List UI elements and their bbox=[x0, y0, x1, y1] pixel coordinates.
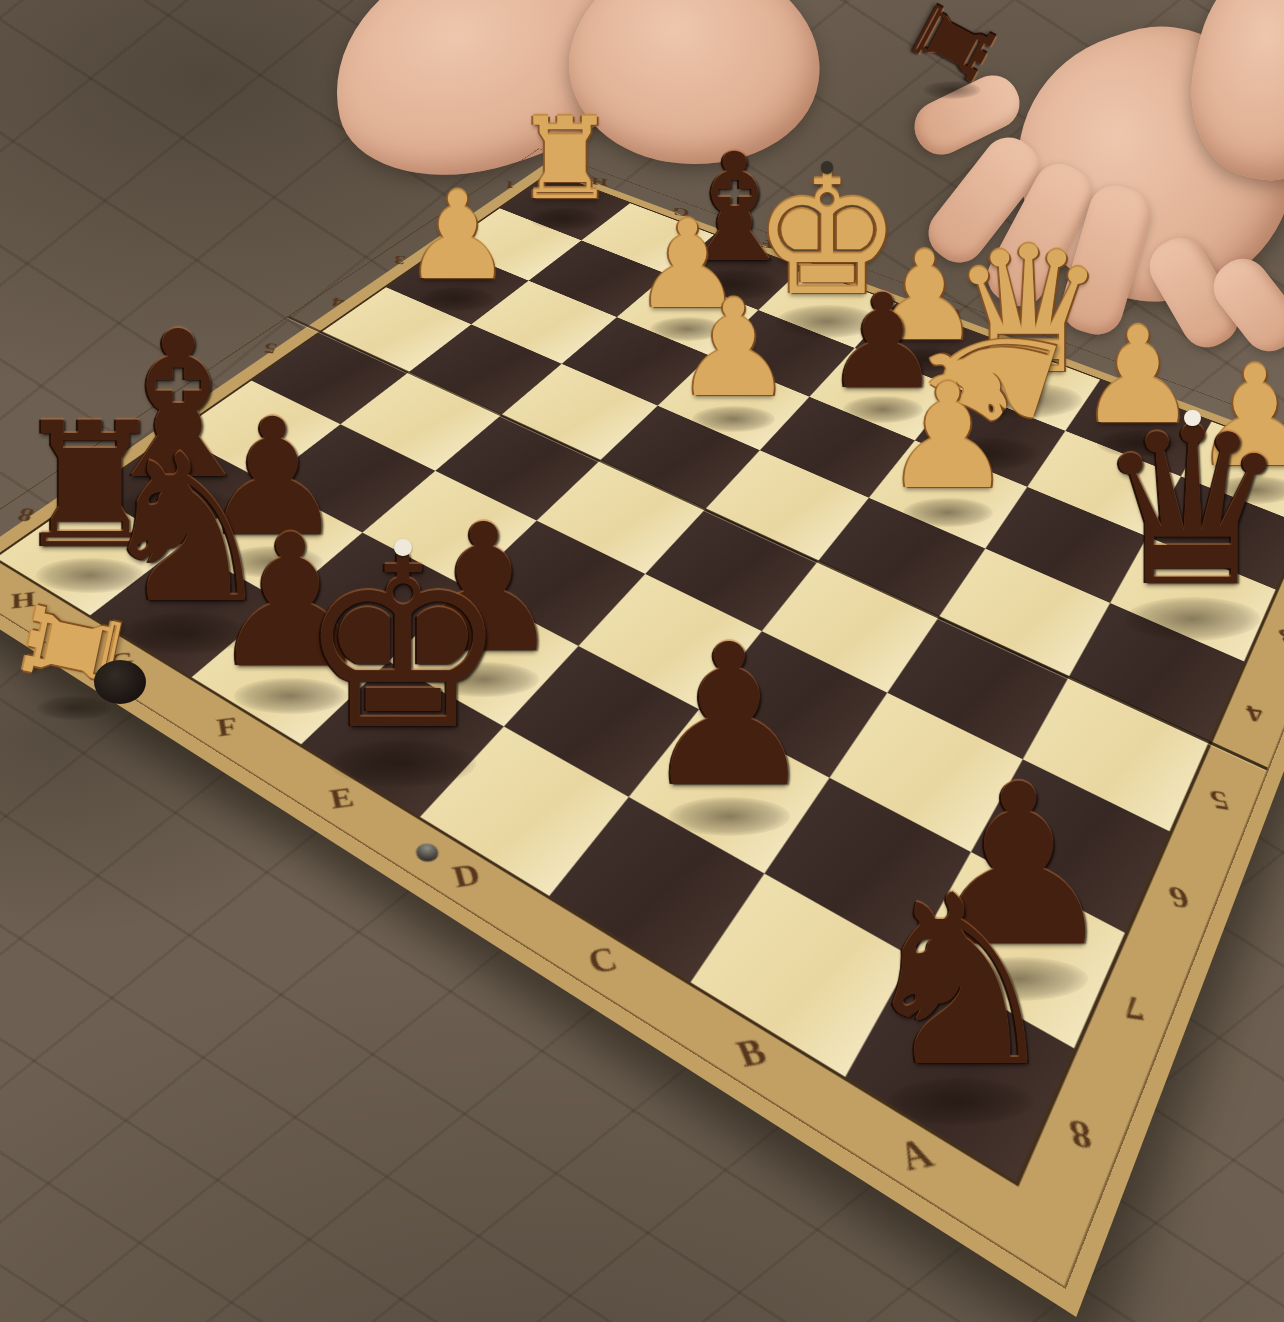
file-label-near: D bbox=[448, 856, 484, 895]
rank-label-right: 6 bbox=[1165, 877, 1194, 915]
piece-white-pawn-e3[interactable]: ♟ bbox=[660, 283, 807, 417]
file-label-near: A bbox=[890, 1129, 940, 1182]
piece-dark-queen-a3[interactable]: ♛ bbox=[1073, 399, 1284, 617]
scene-photo: HHGGFFEEDDCCBBAA1122334455667788 ♜ ♚♛♜♞♟… bbox=[0, 0, 1284, 1322]
piece-dark-pawn-c7[interactable]: ♟ bbox=[622, 619, 838, 815]
file-label-near: F bbox=[214, 711, 239, 743]
file-label-near: B bbox=[730, 1030, 773, 1077]
piece-white-pawn-h3[interactable]: ♟ bbox=[391, 176, 524, 297]
rank-label-right: 7 bbox=[1119, 985, 1149, 1028]
file-label-near: E bbox=[326, 781, 356, 817]
piece-dark-king-e8[interactable]: ♚ bbox=[274, 527, 533, 762]
piece-white-pawn-c3[interactable]: ♟ bbox=[868, 365, 1027, 510]
rank-label-right: 8 bbox=[1066, 1108, 1096, 1158]
rank-label-left: 4 bbox=[330, 293, 347, 310]
rank-label-right: 4 bbox=[1242, 698, 1269, 728]
felt-base-circle bbox=[94, 660, 146, 704]
file-label-near: C bbox=[582, 939, 622, 982]
rank-label-right: 5 bbox=[1206, 782, 1234, 816]
clasp-hinge bbox=[412, 840, 443, 866]
piece-dark-knight-a8[interactable]: ♞ bbox=[831, 864, 1090, 1099]
